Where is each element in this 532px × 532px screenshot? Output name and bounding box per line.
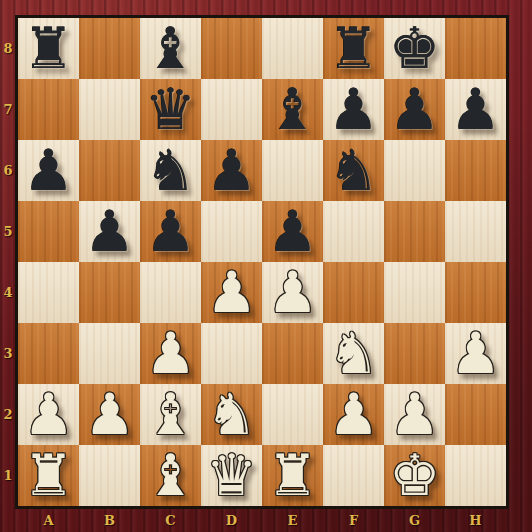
square-e2[interactable] bbox=[262, 384, 323, 445]
square-f5[interactable] bbox=[323, 201, 384, 262]
rank-label-4: 4 bbox=[0, 262, 16, 323]
square-a8[interactable]: ♜ bbox=[18, 18, 79, 79]
file-label-f: F bbox=[323, 509, 384, 532]
square-g5[interactable] bbox=[384, 201, 445, 262]
square-d7[interactable] bbox=[201, 79, 262, 140]
rank-label-3: 3 bbox=[0, 323, 16, 384]
square-h8[interactable] bbox=[445, 18, 506, 79]
square-g8[interactable]: ♚ bbox=[384, 18, 445, 79]
black-king-g8[interactable]: ♚ bbox=[384, 18, 445, 79]
white-rook-a1[interactable]: ♜ bbox=[18, 445, 79, 506]
square-a4[interactable] bbox=[18, 262, 79, 323]
square-e4[interactable]: ♟ bbox=[262, 262, 323, 323]
black-pawn-f7[interactable]: ♟ bbox=[323, 79, 384, 140]
square-e1[interactable]: ♜ bbox=[262, 445, 323, 506]
square-g2[interactable]: ♟ bbox=[384, 384, 445, 445]
file-label-g: G bbox=[384, 509, 445, 532]
file-label-b: B bbox=[79, 509, 140, 532]
square-g6[interactable] bbox=[384, 140, 445, 201]
square-h7[interactable]: ♟ bbox=[445, 79, 506, 140]
square-h1[interactable] bbox=[445, 445, 506, 506]
square-c2[interactable]: ♝ bbox=[140, 384, 201, 445]
square-h2[interactable] bbox=[445, 384, 506, 445]
square-f3[interactable]: ♞ bbox=[323, 323, 384, 384]
square-c7[interactable]: ♛ bbox=[140, 79, 201, 140]
board-grid: ♜♝♜♚♛♝♟♟♟♟♞♟♞♟♟♟♟♟♟♞♟♟♟♝♞♟♟♜♝♛♜♚ bbox=[18, 18, 506, 506]
square-e6[interactable] bbox=[262, 140, 323, 201]
black-pawn-a6[interactable]: ♟ bbox=[18, 140, 79, 201]
square-b8[interactable] bbox=[79, 18, 140, 79]
square-b4[interactable] bbox=[79, 262, 140, 323]
black-pawn-g7[interactable]: ♟ bbox=[384, 79, 445, 140]
white-bishop-c2[interactable]: ♝ bbox=[140, 384, 201, 445]
file-label-c: C bbox=[140, 509, 201, 532]
square-d2[interactable]: ♞ bbox=[201, 384, 262, 445]
white-pawn-h3[interactable]: ♟ bbox=[445, 323, 506, 384]
square-f2[interactable]: ♟ bbox=[323, 384, 384, 445]
square-b3[interactable] bbox=[79, 323, 140, 384]
white-queen-d1[interactable]: ♛ bbox=[201, 445, 262, 506]
black-knight-f6[interactable]: ♞ bbox=[323, 140, 384, 201]
white-knight-d2[interactable]: ♞ bbox=[201, 384, 262, 445]
white-bishop-c1[interactable]: ♝ bbox=[140, 445, 201, 506]
square-c6[interactable]: ♞ bbox=[140, 140, 201, 201]
square-g7[interactable]: ♟ bbox=[384, 79, 445, 140]
black-bishop-c8[interactable]: ♝ bbox=[140, 18, 201, 79]
square-c5[interactable]: ♟ bbox=[140, 201, 201, 262]
square-e3[interactable] bbox=[262, 323, 323, 384]
white-knight-f3[interactable]: ♞ bbox=[323, 323, 384, 384]
rank-label-2: 2 bbox=[0, 384, 16, 445]
black-pawn-h7[interactable]: ♟ bbox=[445, 79, 506, 140]
rank-label-8: 8 bbox=[0, 18, 16, 79]
square-a5[interactable] bbox=[18, 201, 79, 262]
rank-label-7: 7 bbox=[0, 79, 16, 140]
square-e5[interactable]: ♟ bbox=[262, 201, 323, 262]
file-label-d: D bbox=[201, 509, 262, 532]
white-pawn-b2[interactable]: ♟ bbox=[79, 384, 140, 445]
square-g3[interactable] bbox=[384, 323, 445, 384]
square-d8[interactable] bbox=[201, 18, 262, 79]
square-b7[interactable] bbox=[79, 79, 140, 140]
square-a2[interactable]: ♟ bbox=[18, 384, 79, 445]
white-king-g1[interactable]: ♚ bbox=[384, 445, 445, 506]
square-c4[interactable] bbox=[140, 262, 201, 323]
square-h6[interactable] bbox=[445, 140, 506, 201]
square-e7[interactable]: ♝ bbox=[262, 79, 323, 140]
square-d1[interactable]: ♛ bbox=[201, 445, 262, 506]
black-rook-a8[interactable]: ♜ bbox=[18, 18, 79, 79]
black-pawn-d6[interactable]: ♟ bbox=[201, 140, 262, 201]
black-queen-c7[interactable]: ♛ bbox=[140, 79, 201, 140]
file-label-a: A bbox=[18, 509, 79, 532]
square-f4[interactable] bbox=[323, 262, 384, 323]
black-knight-c6[interactable]: ♞ bbox=[140, 140, 201, 201]
square-b1[interactable] bbox=[79, 445, 140, 506]
white-pawn-g2[interactable]: ♟ bbox=[384, 384, 445, 445]
rank-label-5: 5 bbox=[0, 201, 16, 262]
square-b6[interactable] bbox=[79, 140, 140, 201]
square-a1[interactable]: ♜ bbox=[18, 445, 79, 506]
square-b5[interactable]: ♟ bbox=[79, 201, 140, 262]
square-f1[interactable] bbox=[323, 445, 384, 506]
square-f7[interactable]: ♟ bbox=[323, 79, 384, 140]
chessboard-frame: ♜♝♜♚♛♝♟♟♟♟♞♟♞♟♟♟♟♟♟♞♟♟♟♝♞♟♟♜♝♛♜♚ 8765432… bbox=[0, 0, 532, 532]
white-pawn-f2[interactable]: ♟ bbox=[323, 384, 384, 445]
square-d5[interactable] bbox=[201, 201, 262, 262]
rank-label-6: 6 bbox=[0, 140, 16, 201]
black-rook-f8[interactable]: ♜ bbox=[323, 18, 384, 79]
white-pawn-e4[interactable]: ♟ bbox=[262, 262, 323, 323]
white-rook-e1[interactable]: ♜ bbox=[262, 445, 323, 506]
black-pawn-b5[interactable]: ♟ bbox=[79, 201, 140, 262]
square-d4[interactable]: ♟ bbox=[201, 262, 262, 323]
square-d3[interactable] bbox=[201, 323, 262, 384]
board-border: ♜♝♜♚♛♝♟♟♟♟♞♟♞♟♟♟♟♟♟♞♟♟♟♝♞♟♟♜♝♛♜♚ bbox=[15, 15, 509, 509]
file-label-e: E bbox=[262, 509, 323, 532]
file-label-h: H bbox=[445, 509, 506, 532]
square-h5[interactable] bbox=[445, 201, 506, 262]
black-bishop-e7[interactable]: ♝ bbox=[262, 79, 323, 140]
square-c8[interactable]: ♝ bbox=[140, 18, 201, 79]
square-f6[interactable]: ♞ bbox=[323, 140, 384, 201]
white-pawn-a2[interactable]: ♟ bbox=[18, 384, 79, 445]
white-pawn-d4[interactable]: ♟ bbox=[201, 262, 262, 323]
square-g1[interactable]: ♚ bbox=[384, 445, 445, 506]
square-h3[interactable]: ♟ bbox=[445, 323, 506, 384]
square-c3[interactable]: ♟ bbox=[140, 323, 201, 384]
square-h4[interactable] bbox=[445, 262, 506, 323]
square-c1[interactable]: ♝ bbox=[140, 445, 201, 506]
square-g4[interactable] bbox=[384, 262, 445, 323]
square-b2[interactable]: ♟ bbox=[79, 384, 140, 445]
square-a3[interactable] bbox=[18, 323, 79, 384]
square-a6[interactable]: ♟ bbox=[18, 140, 79, 201]
square-a7[interactable] bbox=[18, 79, 79, 140]
rank-label-1: 1 bbox=[0, 445, 16, 506]
square-e8[interactable] bbox=[262, 18, 323, 79]
square-d6[interactable]: ♟ bbox=[201, 140, 262, 201]
black-pawn-c5[interactable]: ♟ bbox=[140, 201, 201, 262]
white-pawn-c3[interactable]: ♟ bbox=[140, 323, 201, 384]
black-pawn-e5[interactable]: ♟ bbox=[262, 201, 323, 262]
square-f8[interactable]: ♜ bbox=[323, 18, 384, 79]
